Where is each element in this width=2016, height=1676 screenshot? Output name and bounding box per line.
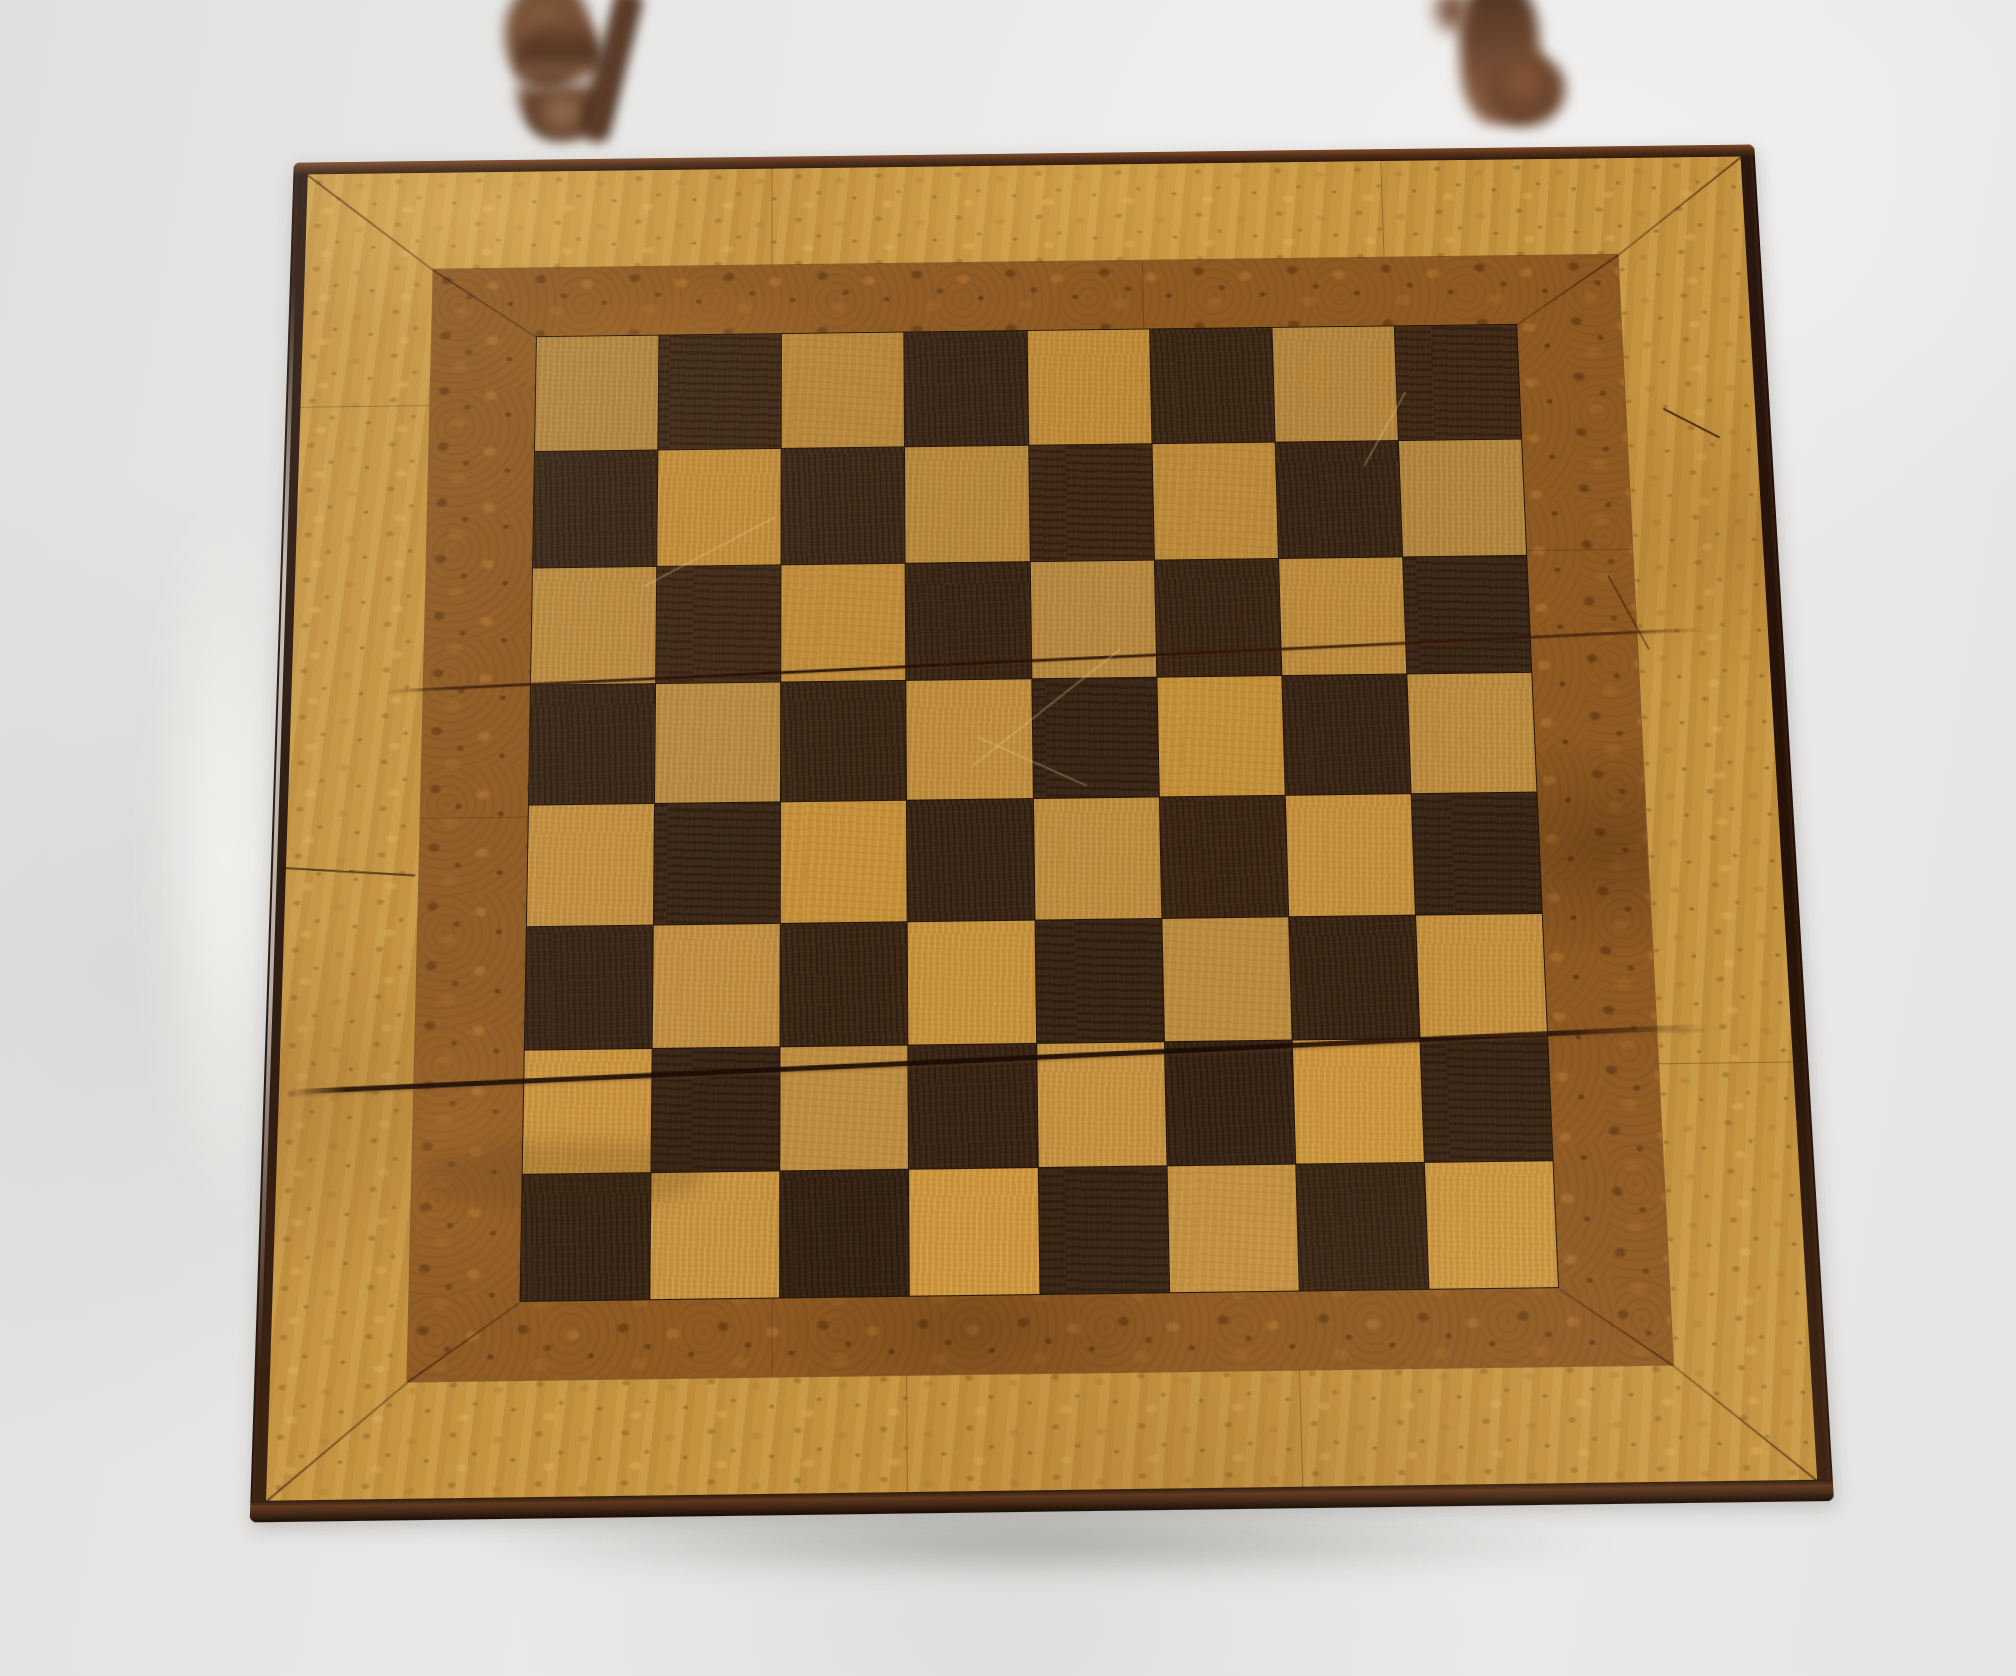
board-square <box>1420 1037 1552 1162</box>
board-square <box>657 449 781 566</box>
board-square <box>906 562 1031 680</box>
board-square <box>781 563 905 681</box>
board-square <box>1292 1038 1423 1163</box>
board-square <box>907 799 1034 921</box>
board-square <box>1150 328 1275 443</box>
board-square <box>1272 326 1398 441</box>
board-square <box>1399 439 1526 556</box>
board-square <box>1403 555 1531 673</box>
board-square <box>781 801 907 923</box>
board-square <box>1165 1040 1295 1165</box>
board-square <box>1029 444 1154 561</box>
board-square <box>1037 1042 1166 1168</box>
board-square <box>529 684 655 804</box>
board-square <box>650 1172 779 1299</box>
board-square <box>909 1043 1038 1169</box>
board-square <box>905 446 1029 563</box>
board-square <box>1282 675 1410 795</box>
board-square <box>1275 441 1401 558</box>
board-square <box>781 922 908 1046</box>
board-square <box>907 680 1033 800</box>
board-square <box>656 565 780 684</box>
leg-turning-foot <box>530 92 594 140</box>
board-square <box>1289 915 1419 1039</box>
board-square <box>1033 797 1161 919</box>
board-square <box>909 1168 1039 1295</box>
board-square <box>533 450 657 567</box>
board-square <box>1167 1165 1298 1292</box>
board-square <box>1416 914 1547 1038</box>
leg-turning-rings <box>517 18 605 136</box>
board-square <box>1412 793 1542 915</box>
board-square <box>1152 442 1278 559</box>
board-square <box>781 1045 909 1171</box>
board-square <box>780 1170 909 1297</box>
board-square <box>654 802 780 924</box>
leg-turning-knob <box>1487 52 1565 126</box>
board-square <box>521 1173 651 1300</box>
board-square <box>905 331 1028 446</box>
board-square <box>658 334 781 449</box>
board-square <box>1286 794 1415 916</box>
board-square <box>523 1048 652 1174</box>
board-square <box>1159 796 1287 918</box>
board-square <box>655 683 780 803</box>
board-square <box>1395 325 1521 440</box>
board-square <box>1155 559 1282 677</box>
board-square <box>527 804 654 926</box>
board-square <box>535 336 659 451</box>
board-square <box>1407 673 1536 793</box>
board-square <box>1038 1167 1168 1294</box>
leg-stretcher <box>580 0 645 145</box>
board-square <box>531 566 656 685</box>
board-square <box>1425 1161 1558 1288</box>
board-square <box>653 924 780 1048</box>
board-square <box>1157 676 1284 796</box>
board-square <box>782 333 904 448</box>
board-square <box>652 1047 780 1173</box>
games-table-top <box>250 144 1834 1522</box>
board-square <box>1279 557 1406 675</box>
chess-board <box>519 324 1559 1302</box>
board-square <box>1035 919 1164 1043</box>
leg-fragment <box>1436 0 1468 30</box>
board-square <box>1030 560 1156 678</box>
board-square <box>1296 1163 1428 1290</box>
board-square <box>908 920 1036 1044</box>
leg-shaft <box>1456 0 1543 126</box>
board-square <box>782 447 905 564</box>
photo-scene <box>0 0 2016 1676</box>
board-square <box>525 925 653 1049</box>
board-square <box>1027 329 1151 444</box>
board-square <box>1162 917 1291 1041</box>
board-square <box>781 681 906 801</box>
leg-turning-knob <box>505 0 591 90</box>
board-square <box>1032 678 1159 798</box>
